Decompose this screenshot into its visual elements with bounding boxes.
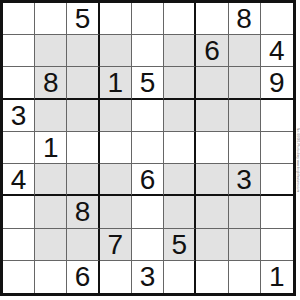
cell-r5c4[interactable] [100,132,132,164]
cell-r2c9[interactable]: 4 [261,35,293,67]
cell-r4c7[interactable] [196,100,228,132]
cell-r9c7[interactable] [196,261,228,293]
sudoku-grid: 5864815931463875631 [0,0,296,296]
cell-r7c9[interactable] [261,196,293,228]
cell-r2c3[interactable] [67,35,99,67]
cell-r6c9[interactable] [261,164,293,196]
cell-r2c4[interactable] [100,35,132,67]
cell-r1c6[interactable] [164,3,196,35]
cell-r9c1[interactable] [3,261,35,293]
cell-r7c5[interactable] [132,196,164,228]
cell-r5c5[interactable] [132,132,164,164]
cell-r7c3[interactable]: 8 [67,196,99,228]
sudoku-board: 5864815931463875631 No. 6/0001 Photo-dia… [0,0,300,300]
copyright-vertical-text: No. 6/0001 Photo-diary www.knightfeature… [296,128,300,300]
cell-r4c2[interactable] [35,100,67,132]
cell-r2c5[interactable] [132,35,164,67]
cell-r5c2[interactable]: 1 [35,132,67,164]
cell-r3c2[interactable]: 8 [35,67,67,99]
cell-r9c4[interactable] [100,261,132,293]
cell-r3c9[interactable]: 9 [261,67,293,99]
cell-r1c2[interactable] [35,3,67,35]
cell-r5c7[interactable] [196,132,228,164]
cell-r1c4[interactable] [100,3,132,35]
cell-r7c2[interactable] [35,196,67,228]
cell-r8c2[interactable] [35,229,67,261]
cell-r6c7[interactable] [196,164,228,196]
cell-r5c3[interactable] [67,132,99,164]
cell-r6c4[interactable] [100,164,132,196]
cell-r2c7[interactable]: 6 [196,35,228,67]
cell-r1c3[interactable]: 5 [67,3,99,35]
cell-r5c9[interactable] [261,132,293,164]
cell-r8c4[interactable]: 7 [100,229,132,261]
cell-r9c6[interactable] [164,261,196,293]
cell-r6c8[interactable]: 3 [229,164,261,196]
cell-r4c4[interactable] [100,100,132,132]
cell-r8c7[interactable] [196,229,228,261]
cell-r3c6[interactable] [164,67,196,99]
cell-r2c2[interactable] [35,35,67,67]
cell-r1c9[interactable] [261,3,293,35]
cell-r9c9[interactable]: 1 [261,261,293,293]
cell-r7c6[interactable] [164,196,196,228]
cell-r6c5[interactable]: 6 [132,164,164,196]
cell-r1c7[interactable] [196,3,228,35]
cell-r8c3[interactable] [67,229,99,261]
cell-r6c1[interactable]: 4 [3,164,35,196]
cell-r3c3[interactable] [67,67,99,99]
cell-r7c1[interactable] [3,196,35,228]
cell-r7c8[interactable] [229,196,261,228]
cell-r4c5[interactable] [132,100,164,132]
cell-r3c8[interactable] [229,67,261,99]
cell-r9c5[interactable]: 3 [132,261,164,293]
cell-r6c2[interactable] [35,164,67,196]
cell-r1c5[interactable] [132,3,164,35]
cell-r3c4[interactable]: 1 [100,67,132,99]
cell-r8c8[interactable] [229,229,261,261]
cell-r8c9[interactable] [261,229,293,261]
cell-r8c6[interactable]: 5 [164,229,196,261]
cell-r8c5[interactable] [132,229,164,261]
cell-r3c5[interactable]: 5 [132,67,164,99]
cell-r3c1[interactable] [3,67,35,99]
cell-r4c1[interactable]: 3 [3,100,35,132]
cell-r6c6[interactable] [164,164,196,196]
cell-r1c8[interactable]: 8 [229,3,261,35]
cell-r5c6[interactable] [164,132,196,164]
cell-r9c8[interactable] [229,261,261,293]
cell-r4c6[interactable] [164,100,196,132]
cell-r6c3[interactable] [67,164,99,196]
cell-r7c4[interactable] [100,196,132,228]
cell-r9c2[interactable] [35,261,67,293]
cell-r9c3[interactable]: 6 [67,261,99,293]
cell-r4c9[interactable] [261,100,293,132]
cell-r3c7[interactable] [196,67,228,99]
cell-r2c1[interactable] [3,35,35,67]
cell-r4c3[interactable] [67,100,99,132]
cell-r2c6[interactable] [164,35,196,67]
cell-r8c1[interactable] [3,229,35,261]
cell-r5c1[interactable] [3,132,35,164]
cell-r4c8[interactable] [229,100,261,132]
cell-r7c7[interactable] [196,196,228,228]
cell-r5c8[interactable] [229,132,261,164]
cell-r2c8[interactable] [229,35,261,67]
cell-r1c1[interactable] [3,3,35,35]
